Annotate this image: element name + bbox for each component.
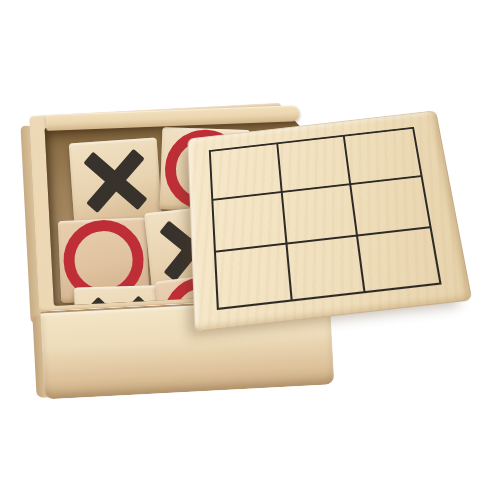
x-symbol bbox=[74, 140, 157, 223]
board-cell bbox=[216, 244, 292, 307]
board-cell bbox=[345, 129, 421, 185]
board-cell bbox=[213, 193, 287, 253]
board-cell bbox=[287, 236, 366, 299]
board-cell bbox=[358, 228, 439, 291]
sliding-lid-board bbox=[187, 110, 472, 332]
board-grid bbox=[209, 127, 442, 310]
product-photo-tic-tac-toe-box bbox=[0, 0, 500, 500]
board-cell bbox=[211, 144, 283, 201]
x-block bbox=[74, 285, 164, 306]
x-symbol bbox=[79, 287, 159, 305]
board-cell bbox=[352, 177, 430, 236]
board-cell bbox=[282, 185, 358, 245]
board-cell bbox=[278, 136, 352, 192]
